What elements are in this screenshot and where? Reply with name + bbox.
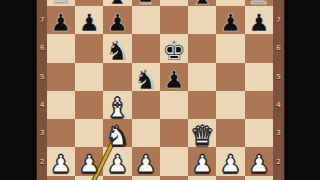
square-c1[interactable]: ♝ — [103, 176, 131, 180]
piece-white-pawn[interactable]: ♟ — [75, 147, 103, 175]
piece-white-rook[interactable]: ♜ — [245, 176, 273, 180]
piece-black-pawn[interactable]: ♟ — [216, 6, 244, 34]
piece-black-pawn[interactable]: ♟ — [75, 6, 103, 34]
square-g4[interactable] — [216, 91, 244, 119]
square-f4[interactable] — [188, 91, 216, 119]
square-g6[interactable] — [216, 34, 244, 62]
square-f7[interactable] — [188, 6, 216, 34]
square-f5[interactable] — [188, 63, 216, 91]
piece-white-knight[interactable]: ♞ — [103, 119, 131, 147]
square-g5[interactable] — [216, 63, 244, 91]
square-a1[interactable]: ♜ — [47, 176, 75, 180]
square-c6[interactable]: ♞ — [103, 34, 131, 62]
square-f6[interactable] — [188, 34, 216, 62]
piece-black-pawn[interactable]: ♟ — [47, 6, 75, 34]
square-b7[interactable]: ♟ — [75, 6, 103, 34]
piece-black-knight[interactable]: ♞ — [132, 63, 160, 91]
square-a5[interactable] — [47, 63, 75, 91]
square-c2[interactable]: ♟ — [103, 147, 131, 175]
square-h2[interactable]: ♟ — [245, 147, 273, 175]
square-d5[interactable]: ♞ — [132, 63, 160, 91]
square-b2[interactable]: ♟ — [75, 147, 103, 175]
piece-white-king[interactable]: ♚ — [160, 176, 188, 180]
square-e7[interactable] — [160, 6, 188, 34]
square-e3[interactable] — [160, 119, 188, 147]
square-a7[interactable]: ♟ — [47, 6, 75, 34]
square-g7[interactable]: ♟ — [216, 6, 244, 34]
rank-label: 1 — [273, 176, 284, 180]
piece-white-bishop[interactable]: ♝ — [103, 176, 131, 180]
square-g2[interactable]: ♟ — [216, 147, 244, 175]
rank-label: 6 — [273, 34, 284, 62]
square-d3[interactable] — [132, 119, 160, 147]
square-b6[interactable] — [75, 34, 103, 62]
piece-white-pawn[interactable]: ♟ — [188, 147, 216, 175]
square-h1[interactable]: ♜ — [245, 176, 273, 180]
piece-white-pawn[interactable]: ♟ — [132, 147, 160, 175]
square-a3[interactable] — [47, 119, 75, 147]
square-g3[interactable] — [216, 119, 244, 147]
square-b5[interactable] — [75, 63, 103, 91]
square-a2[interactable]: ♟ — [47, 147, 75, 175]
piece-black-pawn[interactable]: ♟ — [103, 6, 131, 34]
piece-white-pawn[interactable]: ♟ — [47, 147, 75, 175]
square-c7[interactable]: ♟ — [103, 6, 131, 34]
square-h6[interactable] — [245, 34, 273, 62]
piece-white-queen[interactable]: ♛ — [188, 119, 216, 147]
square-b3[interactable] — [75, 119, 103, 147]
chess-board: ♜♝♛♝♜♟♟♟♟♟♞♚♞♟♝♞♛♟♟♟♟♟♟♟♜♝♚♜ — [47, 0, 273, 180]
square-d6[interactable] — [132, 34, 160, 62]
piece-white-pawn[interactable]: ♟ — [103, 147, 131, 175]
rank-label: 2 — [273, 147, 284, 175]
square-h5[interactable] — [245, 63, 273, 91]
square-h3[interactable] — [245, 119, 273, 147]
square-c5[interactable] — [103, 63, 131, 91]
piece-black-pawn[interactable]: ♟ — [160, 63, 188, 91]
square-e6[interactable]: ♚ — [160, 34, 188, 62]
piece-black-pawn[interactable]: ♟ — [245, 6, 273, 34]
rank-label: 7 — [273, 6, 284, 34]
piece-black-bishop[interactable]: ♝ — [188, 0, 216, 6]
piece-black-queen[interactable]: ♛ — [132, 0, 160, 6]
piece-white-pawn[interactable]: ♟ — [216, 147, 244, 175]
rank-label: 4 — [273, 91, 284, 119]
piece-white-pawn[interactable]: ♟ — [245, 147, 273, 175]
square-f2[interactable]: ♟ — [188, 147, 216, 175]
square-e4[interactable] — [160, 91, 188, 119]
rank-label: 3 — [273, 119, 284, 147]
square-a6[interactable] — [47, 34, 75, 62]
square-b4[interactable] — [75, 91, 103, 119]
square-d4[interactable] — [132, 91, 160, 119]
square-h4[interactable] — [245, 91, 273, 119]
chess-video-frame: 87654321 ♜♝♛♝♜♟♟♟♟♟♞♚♞♟♝♞♛♟♟♟♟♟♟♟♜♝♚♜ 87… — [0, 0, 320, 180]
piece-white-rook[interactable]: ♜ — [47, 176, 75, 180]
square-e1[interactable]: ♚ — [160, 176, 188, 180]
square-e2[interactable] — [160, 147, 188, 175]
square-f8[interactable]: ♝ — [188, 0, 216, 6]
piece-black-knight[interactable]: ♞ — [103, 34, 131, 62]
square-d8[interactable]: ♛ — [132, 0, 160, 6]
rank-label: 5 — [273, 63, 284, 91]
square-c3[interactable]: ♞ — [103, 119, 131, 147]
square-f3[interactable]: ♛ — [188, 119, 216, 147]
square-d2[interactable]: ♟ — [132, 147, 160, 175]
piece-white-bishop[interactable]: ♝ — [103, 91, 131, 119]
square-a4[interactable] — [47, 91, 75, 119]
square-d7[interactable] — [132, 6, 160, 34]
square-h7[interactable]: ♟ — [245, 6, 273, 34]
rank-coordinates-right: 87654321 — [273, 0, 285, 180]
square-c4[interactable]: ♝ — [103, 91, 131, 119]
piece-black-king[interactable]: ♚ — [160, 34, 188, 62]
square-e5[interactable]: ♟ — [160, 63, 188, 91]
